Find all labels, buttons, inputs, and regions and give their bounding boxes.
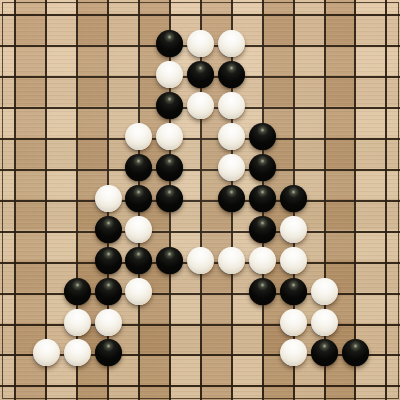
- white-stone-glyph: ●: [32, 334, 61, 367]
- grid-line-horizontal: [0, 293, 400, 295]
- grid-line-horizontal: [0, 385, 400, 387]
- black-stone-glyph: ●: [310, 334, 339, 367]
- grid-line-vertical: [385, 0, 387, 400]
- black-stone-glyph: ●: [156, 242, 185, 275]
- white-stone-glyph: ●: [186, 87, 215, 120]
- white-stone[interactable]: ●: [33, 339, 60, 366]
- black-stone[interactable]: ●: [218, 185, 245, 212]
- black-stone-glyph: ●: [248, 273, 277, 306]
- black-stone[interactable]: ●: [156, 247, 183, 274]
- white-stone[interactable]: ●: [280, 339, 307, 366]
- go-board-screenshot: ●●●●●●●●●●●●●●●●●●●●●●●●●●●●●●●●●●●●●●●●…: [0, 0, 400, 400]
- white-stone[interactable]: ●: [187, 247, 214, 274]
- black-stone-glyph: ●: [341, 334, 370, 367]
- black-stone[interactable]: ●: [95, 339, 122, 366]
- black-stone-glyph: ●: [217, 180, 246, 213]
- black-stone-glyph: ●: [94, 334, 123, 367]
- black-stone[interactable]: ●: [249, 278, 276, 305]
- black-stone[interactable]: ●: [342, 339, 369, 366]
- white-stone-glyph: ●: [217, 242, 246, 275]
- black-stone[interactable]: ●: [311, 339, 338, 366]
- white-stone-glyph: ●: [279, 334, 308, 367]
- grid-line-horizontal: [0, 200, 400, 202]
- white-stone[interactable]: ●: [218, 247, 245, 274]
- black-stone[interactable]: ●: [156, 185, 183, 212]
- white-stone[interactable]: ●: [125, 278, 152, 305]
- white-stone[interactable]: ●: [187, 92, 214, 119]
- white-stone-glyph: ●: [186, 242, 215, 275]
- black-stone-glyph: ●: [156, 180, 185, 213]
- white-stone-glyph: ●: [63, 334, 92, 367]
- grid-line-horizontal: [0, 231, 400, 233]
- white-stone[interactable]: ●: [64, 339, 91, 366]
- grid-line-horizontal: [0, 324, 400, 326]
- go-board[interactable]: ●●●●●●●●●●●●●●●●●●●●●●●●●●●●●●●●●●●●●●●●…: [0, 0, 400, 400]
- white-stone-glyph: ●: [125, 273, 154, 306]
